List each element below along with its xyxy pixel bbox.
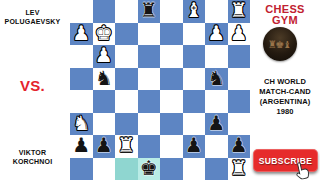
chess-board: ♜♝♜♟♚♟♟♟♞♞♞♟♟♟♜♟♟♚♜ [70, 0, 250, 180]
square-e8 [160, 0, 183, 23]
white-knight-a3: ♞ [72, 113, 90, 133]
square-d3 [138, 113, 161, 136]
square-b2: ♟ [93, 135, 116, 158]
square-e7 [160, 23, 183, 46]
square-c4 [115, 90, 138, 113]
square-f6 [183, 45, 206, 68]
square-d2 [138, 135, 161, 158]
square-d4 [138, 90, 161, 113]
channel-logo: ♜♚♝ [263, 27, 297, 61]
black-knight-g5: ♞ [207, 68, 225, 88]
square-c6 [115, 45, 138, 68]
square-e3 [160, 113, 183, 136]
white-pawn-g7: ♟ [207, 23, 225, 43]
white-rook-h1: ♜ [230, 158, 248, 178]
white-pawn-h7: ♟ [230, 23, 248, 43]
square-f7 [183, 23, 206, 46]
square-g1 [205, 158, 228, 181]
thumbnail-canvas: LEV POLUGAEVSKY VS. VIKTOR KORCHNOI ♜♝♜♟… [0, 0, 320, 180]
white-king-b7: ♚ [95, 23, 113, 43]
square-f3 [183, 113, 206, 136]
square-h2: ♟ [228, 135, 251, 158]
square-g3: ♟ [205, 113, 228, 136]
square-c8 [115, 0, 138, 23]
black-knight-b5: ♞ [95, 68, 113, 88]
player-name-black: VIKTOR KORCHNOI [0, 149, 65, 166]
square-b1 [93, 158, 116, 181]
square-b7: ♚ [93, 23, 116, 46]
square-d6 [138, 45, 161, 68]
square-a5 [70, 68, 93, 91]
square-f5 [183, 68, 206, 91]
square-b3 [93, 113, 116, 136]
black-pawn-f2: ♟ [185, 135, 203, 155]
square-c5 [115, 68, 138, 91]
white-bishop-f8: ♝ [185, 0, 203, 20]
square-g4 [205, 90, 228, 113]
square-h7: ♟ [228, 23, 251, 46]
square-a4 [70, 90, 93, 113]
square-g7: ♟ [205, 23, 228, 46]
square-h5 [228, 68, 251, 91]
square-h1: ♜ [228, 158, 251, 181]
square-e2 [160, 135, 183, 158]
square-e1 [160, 158, 183, 181]
square-d1: ♚ [138, 158, 161, 181]
square-b4 [93, 90, 116, 113]
white-rook-c2: ♜ [117, 135, 135, 155]
square-g8 [205, 0, 228, 23]
square-d7 [138, 23, 161, 46]
square-b5: ♞ [93, 68, 116, 91]
square-h6 [228, 45, 251, 68]
black-pawn-b2: ♟ [95, 135, 113, 155]
white-rook-h8: ♜ [230, 0, 248, 20]
square-c3 [115, 113, 138, 136]
black-rook-d8: ♜ [140, 0, 158, 20]
square-f4 [183, 90, 206, 113]
square-c2: ♜ [115, 135, 138, 158]
square-e6 [160, 45, 183, 68]
black-pawn-a2: ♟ [72, 135, 90, 155]
vs-label: VS. [0, 77, 65, 94]
square-a6 [70, 45, 93, 68]
chess-pieces-icon: ♜♚♝ [268, 39, 290, 50]
square-f2: ♟ [183, 135, 206, 158]
square-b6: ♟ [93, 45, 116, 68]
square-h8: ♜ [228, 0, 251, 23]
square-a7: ♟ [70, 23, 93, 46]
player-name-white: LEV POLUGAEVSKY [0, 9, 65, 26]
black-pawn-h2: ♟ [230, 135, 248, 155]
square-c7 [115, 23, 138, 46]
white-pawn-a7: ♟ [72, 23, 90, 43]
square-a3: ♞ [70, 113, 93, 136]
square-e4 [160, 90, 183, 113]
square-g6 [205, 45, 228, 68]
square-b8 [93, 0, 116, 23]
square-a1 [70, 158, 93, 181]
event-caption: CH WORLD MATCH-CAND (ARGENTINA) 1980 [250, 77, 320, 117]
square-e5 [160, 68, 183, 91]
square-h4 [228, 90, 251, 113]
white-pawn-b6: ♟ [95, 45, 113, 65]
square-h3 [228, 113, 251, 136]
black-king-d1: ♚ [140, 158, 158, 178]
square-d5 [138, 68, 161, 91]
square-d8: ♜ [138, 0, 161, 23]
channel-brand: CHESS GYM [251, 4, 319, 25]
square-a2: ♟ [70, 135, 93, 158]
black-pawn-g3: ♟ [207, 113, 225, 133]
square-f1 [183, 158, 206, 181]
square-a8 [70, 0, 93, 23]
subscribe-button[interactable]: SUBSCRIBE [253, 149, 318, 172]
square-c1 [115, 158, 138, 181]
square-g2 [205, 135, 228, 158]
square-f8: ♝ [183, 0, 206, 23]
square-g5: ♞ [205, 68, 228, 91]
